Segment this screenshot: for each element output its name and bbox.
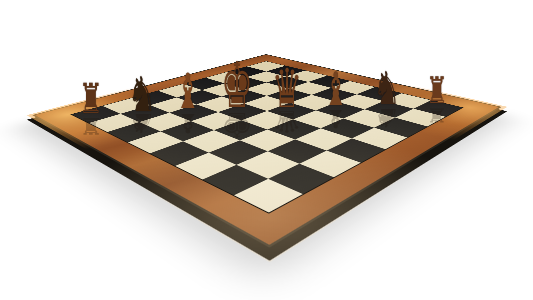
piece-dark-bishop-c3[interactable]: ♝ — [175, 73, 201, 112]
product-photo-scene: ♜♜♞♞♝♝♚♚♛♛♝♝♞♞♜♜ — [0, 0, 533, 300]
piece-dark-bishop-f6[interactable]: ♝ — [324, 71, 348, 108]
piece-dark-knight-b2[interactable]: ♞ — [128, 75, 157, 113]
piece-dark-king-d4[interactable]: ♚ — [221, 61, 253, 111]
board-tilt-wrapper — [0, 0, 533, 300]
piece-dark-queen-e5[interactable]: ♛ — [272, 67, 302, 110]
piece-dark-rook-a1[interactable]: ♜ — [79, 83, 103, 116]
piece-dark-rook-h8[interactable]: ♜ — [426, 77, 447, 106]
piece-dark-knight-g7[interactable]: ♞ — [373, 71, 400, 107]
